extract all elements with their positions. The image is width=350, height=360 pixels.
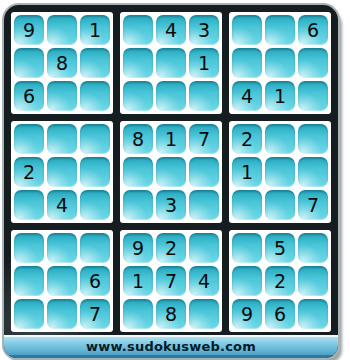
- cell-r8c2[interactable]: [47, 266, 77, 296]
- cell-r2c7[interactable]: [232, 48, 262, 78]
- cell-r8c8[interactable]: 2: [265, 266, 295, 296]
- cell-r7c8[interactable]: 5: [265, 233, 295, 263]
- cell-r6c3[interactable]: [80, 190, 110, 220]
- cell-r4c2[interactable]: [47, 124, 77, 154]
- box-r3c1: 67: [11, 230, 113, 332]
- box-r1c1: 9186: [11, 12, 113, 114]
- cell-r6c6[interactable]: [189, 190, 219, 220]
- cell-r9c3[interactable]: 7: [80, 299, 110, 329]
- cell-r3c3[interactable]: [80, 81, 110, 111]
- cell-r5c9[interactable]: [298, 157, 328, 187]
- cell-r3c4[interactable]: [123, 81, 153, 111]
- cell-r4c6[interactable]: 7: [189, 124, 219, 154]
- sudoku-board-frame: 9186431641248173217679217485296 www.sudo…: [4, 5, 338, 358]
- cell-r3c1[interactable]: 6: [14, 81, 44, 111]
- box-r2c2: 8173: [120, 121, 222, 223]
- cell-r1c1[interactable]: 9: [14, 15, 44, 45]
- cell-r7c2[interactable]: [47, 233, 77, 263]
- cell-r3c9[interactable]: [298, 81, 328, 111]
- cell-r7c5[interactable]: 2: [156, 233, 186, 263]
- cell-r9c5[interactable]: 8: [156, 299, 186, 329]
- cell-r1c7[interactable]: [232, 15, 262, 45]
- cell-r8c6[interactable]: 4: [189, 266, 219, 296]
- cell-r3c6[interactable]: [189, 81, 219, 111]
- cell-r7c4[interactable]: 9: [123, 233, 153, 263]
- cell-r3c8[interactable]: 1: [265, 81, 295, 111]
- box-r3c3: 5296: [229, 230, 331, 332]
- cell-r2c6[interactable]: 1: [189, 48, 219, 78]
- cell-r6c8[interactable]: [265, 190, 295, 220]
- cell-r1c3[interactable]: 1: [80, 15, 110, 45]
- cell-r3c7[interactable]: 4: [232, 81, 262, 111]
- cell-r6c2[interactable]: 4: [47, 190, 77, 220]
- cell-r8c9[interactable]: [298, 266, 328, 296]
- cell-r8c3[interactable]: 6: [80, 266, 110, 296]
- cell-r3c2[interactable]: [47, 81, 77, 111]
- cell-r5c8[interactable]: [265, 157, 295, 187]
- cell-r9c2[interactable]: [47, 299, 77, 329]
- box-r1c2: 431: [120, 12, 222, 114]
- cell-r4c5[interactable]: 1: [156, 124, 186, 154]
- cell-r7c7[interactable]: [232, 233, 262, 263]
- sudoku-grid: 9186431641248173217679217485296: [4, 5, 338, 335]
- cell-r4c7[interactable]: 2: [232, 124, 262, 154]
- box-r2c1: 24: [11, 121, 113, 223]
- website-bar: www.sudokusweb.com: [4, 335, 338, 358]
- cell-r7c3[interactable]: [80, 233, 110, 263]
- cell-r6c1[interactable]: [14, 190, 44, 220]
- cell-r7c1[interactable]: [14, 233, 44, 263]
- cell-r5c1[interactable]: 2: [14, 157, 44, 187]
- cell-r2c1[interactable]: [14, 48, 44, 78]
- box-r2c3: 217: [229, 121, 331, 223]
- box-r3c2: 921748: [120, 230, 222, 332]
- cell-r5c7[interactable]: 1: [232, 157, 262, 187]
- cell-r2c2[interactable]: 8: [47, 48, 77, 78]
- cell-r5c5[interactable]: [156, 157, 186, 187]
- cell-r9c1[interactable]: [14, 299, 44, 329]
- cell-r6c9[interactable]: 7: [298, 190, 328, 220]
- cell-r6c5[interactable]: 3: [156, 190, 186, 220]
- cell-r9c8[interactable]: 6: [265, 299, 295, 329]
- cell-r8c7[interactable]: [232, 266, 262, 296]
- cell-r8c5[interactable]: 7: [156, 266, 186, 296]
- cell-r4c9[interactable]: [298, 124, 328, 154]
- cell-r1c6[interactable]: 3: [189, 15, 219, 45]
- cell-r4c3[interactable]: [80, 124, 110, 154]
- cell-r5c2[interactable]: [47, 157, 77, 187]
- box-r1c3: 641: [229, 12, 331, 114]
- cell-r2c9[interactable]: [298, 48, 328, 78]
- cell-r6c4[interactable]: [123, 190, 153, 220]
- cell-r2c8[interactable]: [265, 48, 295, 78]
- cell-r5c3[interactable]: [80, 157, 110, 187]
- cell-r9c7[interactable]: 9: [232, 299, 262, 329]
- cell-r7c6[interactable]: [189, 233, 219, 263]
- website-text: www.sudokusweb.com: [86, 339, 256, 354]
- cell-r2c3[interactable]: [80, 48, 110, 78]
- cell-r2c5[interactable]: [156, 48, 186, 78]
- cell-r8c4[interactable]: 1: [123, 266, 153, 296]
- cell-r4c1[interactable]: [14, 124, 44, 154]
- cell-r6c7[interactable]: [232, 190, 262, 220]
- cell-r4c4[interactable]: 8: [123, 124, 153, 154]
- cell-r1c4[interactable]: [123, 15, 153, 45]
- cell-r1c5[interactable]: 4: [156, 15, 186, 45]
- cell-r1c9[interactable]: 6: [298, 15, 328, 45]
- cell-r5c4[interactable]: [123, 157, 153, 187]
- cell-r9c6[interactable]: [189, 299, 219, 329]
- cell-r9c4[interactable]: [123, 299, 153, 329]
- cell-r1c8[interactable]: [265, 15, 295, 45]
- cell-r2c4[interactable]: [123, 48, 153, 78]
- cell-r5c6[interactable]: [189, 157, 219, 187]
- cell-r7c9[interactable]: [298, 233, 328, 263]
- cell-r4c8[interactable]: [265, 124, 295, 154]
- cell-r1c2[interactable]: [47, 15, 77, 45]
- cell-r9c9[interactable]: [298, 299, 328, 329]
- cell-r8c1[interactable]: [14, 266, 44, 296]
- cell-r3c5[interactable]: [156, 81, 186, 111]
